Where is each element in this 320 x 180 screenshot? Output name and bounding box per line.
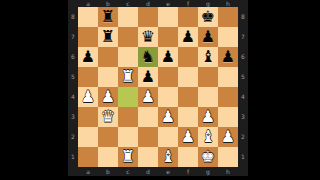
black-pawn-f7: ♟ bbox=[181, 27, 195, 47]
square-g2[interactable]: ♝ bbox=[198, 127, 218, 147]
board-corner bbox=[68, 167, 78, 176]
file-label-d-bottom: d bbox=[138, 167, 158, 176]
square-c5[interactable]: ♜ bbox=[118, 67, 138, 87]
square-d7[interactable]: ♛ bbox=[138, 27, 158, 47]
square-h3[interactable] bbox=[218, 107, 238, 127]
rank-label-5-left: 5 bbox=[68, 67, 78, 87]
board-corner bbox=[238, 167, 248, 176]
white-pawn-g3: ♟ bbox=[201, 107, 215, 127]
square-h4[interactable] bbox=[218, 87, 238, 107]
square-a3[interactable] bbox=[78, 107, 98, 127]
square-h2[interactable]: ♟ bbox=[218, 127, 238, 147]
square-b2[interactable] bbox=[98, 127, 118, 147]
square-e8[interactable] bbox=[158, 7, 178, 27]
square-c4[interactable] bbox=[118, 87, 138, 107]
white-rook-c5: ♜ bbox=[121, 67, 135, 87]
file-label-f-bottom: f bbox=[178, 167, 198, 176]
file-label-h-bottom: h bbox=[218, 167, 238, 176]
white-pawn-f2: ♟ bbox=[181, 127, 195, 147]
square-d6[interactable]: ♞ bbox=[138, 47, 158, 67]
rank-label-1-right: 1 bbox=[238, 147, 248, 167]
black-pawn-g7: ♟ bbox=[201, 27, 215, 47]
square-a1[interactable] bbox=[78, 147, 98, 167]
rank-label-3-left: 3 bbox=[68, 107, 78, 127]
square-c8[interactable] bbox=[118, 7, 138, 27]
letterbox-background: abcdefgh8♜♚87♜♛♟♟76♟♞♟♝♟65♜♟54♟♟♟43♛♟♟32… bbox=[0, 0, 320, 180]
rank-label-7-left: 7 bbox=[68, 27, 78, 47]
square-b6[interactable] bbox=[98, 47, 118, 67]
square-g3[interactable]: ♟ bbox=[198, 107, 218, 127]
square-b8[interactable]: ♜ bbox=[98, 7, 118, 27]
file-label-c-bottom: c bbox=[118, 167, 138, 176]
white-bishop-e1: ♝ bbox=[161, 147, 175, 167]
square-b3[interactable]: ♛ bbox=[98, 107, 118, 127]
square-c3[interactable] bbox=[118, 107, 138, 127]
square-e1[interactable]: ♝ bbox=[158, 147, 178, 167]
square-f4[interactable] bbox=[178, 87, 198, 107]
square-d8[interactable] bbox=[138, 7, 158, 27]
black-rook-b7: ♜ bbox=[101, 27, 115, 47]
square-f8[interactable] bbox=[178, 7, 198, 27]
black-pawn-d5: ♟ bbox=[141, 67, 155, 87]
white-pawn-b4: ♟ bbox=[101, 87, 115, 107]
rank-label-2-left: 2 bbox=[68, 127, 78, 147]
file-label-e-top: e bbox=[158, 0, 178, 7]
file-label-a-top: a bbox=[78, 0, 98, 7]
black-pawn-e6: ♟ bbox=[161, 47, 175, 67]
square-f1[interactable] bbox=[178, 147, 198, 167]
rank-label-8-right: 8 bbox=[238, 7, 248, 27]
square-d2[interactable] bbox=[138, 127, 158, 147]
black-king-g8: ♚ bbox=[201, 7, 215, 27]
square-a2[interactable] bbox=[78, 127, 98, 147]
file-label-c-top: c bbox=[118, 0, 138, 7]
square-h7[interactable] bbox=[218, 27, 238, 47]
rank-label-4-left: 4 bbox=[68, 87, 78, 107]
square-h5[interactable] bbox=[218, 67, 238, 87]
square-e7[interactable] bbox=[158, 27, 178, 47]
square-b1[interactable] bbox=[98, 147, 118, 167]
square-f5[interactable] bbox=[178, 67, 198, 87]
white-pawn-h2: ♟ bbox=[221, 127, 235, 147]
white-pawn-d4: ♟ bbox=[141, 87, 155, 107]
rank-label-1-left: 1 bbox=[68, 147, 78, 167]
square-c6[interactable] bbox=[118, 47, 138, 67]
square-e4[interactable] bbox=[158, 87, 178, 107]
square-d5[interactable]: ♟ bbox=[138, 67, 158, 87]
rank-label-6-right: 6 bbox=[238, 47, 248, 67]
square-g8[interactable]: ♚ bbox=[198, 7, 218, 27]
file-label-h-top: h bbox=[218, 0, 238, 7]
square-a7[interactable] bbox=[78, 27, 98, 47]
square-b4[interactable]: ♟ bbox=[98, 87, 118, 107]
white-queen-b3: ♛ bbox=[101, 107, 115, 127]
file-label-a-bottom: a bbox=[78, 167, 98, 176]
rank-label-3-right: 3 bbox=[238, 107, 248, 127]
square-d3[interactable] bbox=[138, 107, 158, 127]
square-a4[interactable]: ♟ bbox=[78, 87, 98, 107]
square-h8[interactable] bbox=[218, 7, 238, 27]
square-c2[interactable] bbox=[118, 127, 138, 147]
square-e3[interactable]: ♟ bbox=[158, 107, 178, 127]
black-rook-b8: ♜ bbox=[101, 7, 115, 27]
rank-label-5-right: 5 bbox=[238, 67, 248, 87]
file-label-g-bottom: g bbox=[198, 167, 218, 176]
file-label-b-top: b bbox=[98, 0, 118, 7]
rank-label-4-right: 4 bbox=[238, 87, 248, 107]
file-label-g-top: g bbox=[198, 0, 218, 7]
square-g7[interactable]: ♟ bbox=[198, 27, 218, 47]
square-f6[interactable] bbox=[178, 47, 198, 67]
square-g1[interactable]: ♚ bbox=[198, 147, 218, 167]
black-queen-d7: ♛ bbox=[141, 27, 155, 47]
square-f7[interactable]: ♟ bbox=[178, 27, 198, 47]
file-label-d-top: d bbox=[138, 0, 158, 7]
square-c7[interactable] bbox=[118, 27, 138, 47]
rank-label-7-right: 7 bbox=[238, 27, 248, 47]
square-b5[interactable] bbox=[98, 67, 118, 87]
square-f2[interactable]: ♟ bbox=[178, 127, 198, 147]
square-e6[interactable]: ♟ bbox=[158, 47, 178, 67]
white-rook-c1: ♜ bbox=[121, 147, 135, 167]
rank-label-2-right: 2 bbox=[238, 127, 248, 147]
white-pawn-a4: ♟ bbox=[81, 87, 95, 107]
square-h1[interactable] bbox=[218, 147, 238, 167]
board-corner bbox=[68, 0, 78, 7]
rank-label-8-left: 8 bbox=[68, 7, 78, 27]
black-bishop-g6: ♝ bbox=[201, 47, 215, 67]
square-g5[interactable] bbox=[198, 67, 218, 87]
square-d1[interactable] bbox=[138, 147, 158, 167]
square-d4[interactable]: ♟ bbox=[138, 87, 158, 107]
black-pawn-h6: ♟ bbox=[221, 47, 235, 67]
square-h6[interactable]: ♟ bbox=[218, 47, 238, 67]
square-g4[interactable] bbox=[198, 87, 218, 107]
file-label-f-top: f bbox=[178, 0, 198, 7]
chess-board: abcdefgh8♜♚87♜♛♟♟76♟♞♟♝♟65♜♟54♟♟♟43♛♟♟32… bbox=[68, 0, 248, 176]
square-e2[interactable] bbox=[158, 127, 178, 147]
square-f3[interactable] bbox=[178, 107, 198, 127]
black-pawn-a6: ♟ bbox=[81, 47, 95, 67]
square-a5[interactable] bbox=[78, 67, 98, 87]
file-label-b-bottom: b bbox=[98, 167, 118, 176]
square-a6[interactable]: ♟ bbox=[78, 47, 98, 67]
file-label-e-bottom: e bbox=[158, 167, 178, 176]
square-b7[interactable]: ♜ bbox=[98, 27, 118, 47]
square-e5[interactable] bbox=[158, 67, 178, 87]
square-c1[interactable]: ♜ bbox=[118, 147, 138, 167]
white-king-g1: ♚ bbox=[201, 147, 215, 167]
square-a8[interactable] bbox=[78, 7, 98, 27]
white-pawn-e3: ♟ bbox=[161, 107, 175, 127]
black-knight-d6: ♞ bbox=[141, 47, 155, 67]
white-bishop-g2: ♝ bbox=[201, 127, 215, 147]
board-corner bbox=[238, 0, 248, 7]
square-g6[interactable]: ♝ bbox=[198, 47, 218, 67]
rank-label-6-left: 6 bbox=[68, 47, 78, 67]
